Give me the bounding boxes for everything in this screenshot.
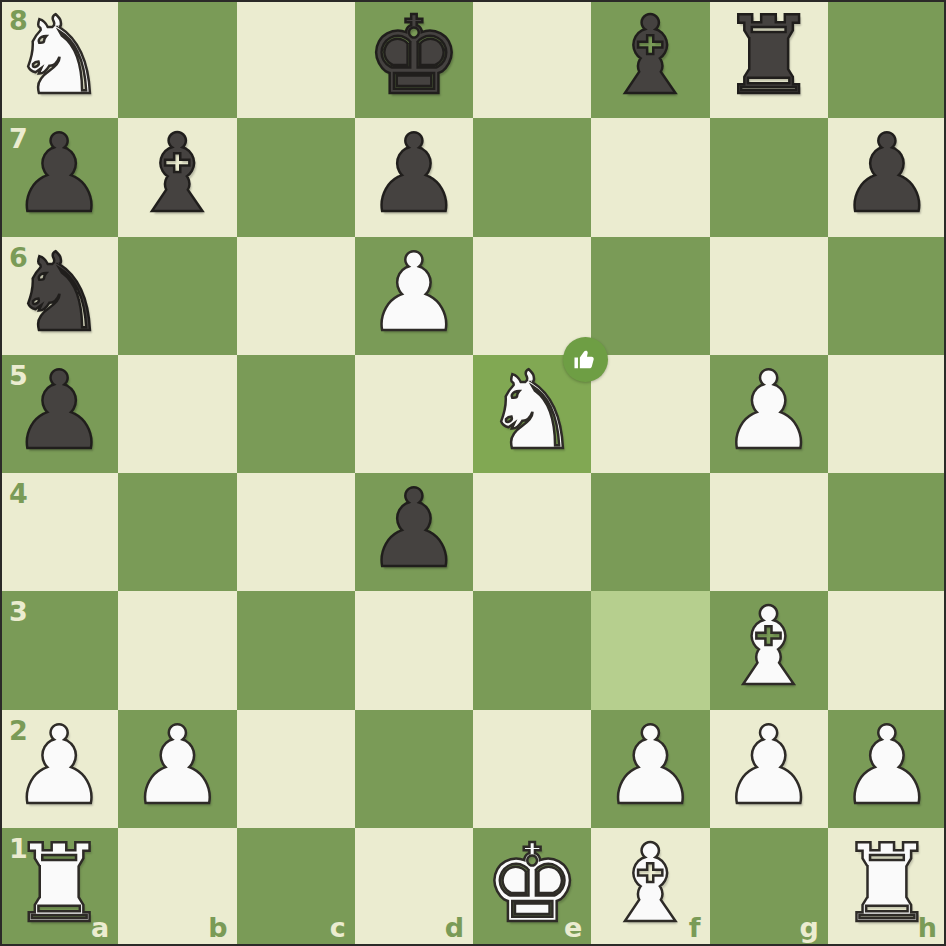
black-pawn[interactable]: ♟: [365, 475, 462, 583]
white-pawn[interactable]: ♟: [11, 712, 108, 820]
file-label-d: d: [445, 912, 464, 943]
file-label-b: b: [208, 912, 227, 943]
square-g7[interactable]: [710, 118, 828, 236]
rank-label-3: 3: [9, 596, 28, 627]
square-e5[interactable]: ♞: [473, 355, 591, 473]
black-pawn[interactable]: ♟: [11, 357, 108, 465]
square-a2[interactable]: 2♟: [0, 710, 118, 828]
square-f1[interactable]: f♝: [591, 828, 709, 946]
square-c2[interactable]: [237, 710, 355, 828]
square-b4[interactable]: [118, 473, 236, 591]
square-g4[interactable]: [710, 473, 828, 591]
square-e7[interactable]: [473, 118, 591, 236]
square-h5[interactable]: [828, 355, 946, 473]
white-bishop[interactable]: ♝: [720, 593, 817, 701]
white-knight[interactable]: ♞: [484, 357, 581, 465]
square-f7[interactable]: [591, 118, 709, 236]
square-g5[interactable]: ♟: [710, 355, 828, 473]
white-rook[interactable]: ♜: [11, 830, 108, 938]
white-pawn[interactable]: ♟: [602, 712, 699, 820]
square-d4[interactable]: ♟: [355, 473, 473, 591]
square-c5[interactable]: [237, 355, 355, 473]
square-a1[interactable]: 1a♜: [0, 828, 118, 946]
white-knight[interactable]: ♞: [11, 2, 108, 110]
square-d7[interactable]: ♟: [355, 118, 473, 236]
square-e8[interactable]: [473, 0, 591, 118]
square-e4[interactable]: [473, 473, 591, 591]
square-h7[interactable]: ♟: [828, 118, 946, 236]
white-pawn[interactable]: ♟: [720, 712, 817, 820]
white-king[interactable]: ♚: [484, 830, 581, 938]
square-d8[interactable]: ♚: [355, 0, 473, 118]
square-e3[interactable]: [473, 591, 591, 709]
square-h2[interactable]: ♟: [828, 710, 946, 828]
square-a3[interactable]: 3: [0, 591, 118, 709]
chess-board: 8♞♚♝♜7♟♝♟♟6♞♟5♟♞♟4♟3♝2♟♟♟♟♟1a♜bcde♚f♝gh♜: [0, 0, 946, 946]
square-c4[interactable]: [237, 473, 355, 591]
square-d3[interactable]: [355, 591, 473, 709]
square-d2[interactable]: [355, 710, 473, 828]
square-g2[interactable]: ♟: [710, 710, 828, 828]
black-knight[interactable]: ♞: [11, 239, 108, 347]
file-label-c: c: [330, 912, 346, 943]
square-f4[interactable]: [591, 473, 709, 591]
square-e6[interactable]: [473, 237, 591, 355]
square-e1[interactable]: e♚: [473, 828, 591, 946]
square-d6[interactable]: ♟: [355, 237, 473, 355]
square-a6[interactable]: 6♞: [0, 237, 118, 355]
black-bishop[interactable]: ♝: [129, 120, 226, 228]
square-c1[interactable]: c: [237, 828, 355, 946]
square-f8[interactable]: ♝: [591, 0, 709, 118]
square-g8[interactable]: ♜: [710, 0, 828, 118]
square-h4[interactable]: [828, 473, 946, 591]
square-h8[interactable]: [828, 0, 946, 118]
black-pawn[interactable]: ♟: [838, 120, 935, 228]
black-bishop[interactable]: ♝: [602, 2, 699, 110]
square-f2[interactable]: ♟: [591, 710, 709, 828]
square-c7[interactable]: [237, 118, 355, 236]
square-f5[interactable]: [591, 355, 709, 473]
square-g3[interactable]: ♝: [710, 591, 828, 709]
square-a8[interactable]: 8♞: [0, 0, 118, 118]
square-d1[interactable]: d: [355, 828, 473, 946]
square-b8[interactable]: [118, 0, 236, 118]
square-b3[interactable]: [118, 591, 236, 709]
file-label-g: g: [799, 912, 818, 943]
square-a4[interactable]: 4: [0, 473, 118, 591]
white-bishop[interactable]: ♝: [602, 830, 699, 938]
square-e2[interactable]: [473, 710, 591, 828]
square-a7[interactable]: 7♟: [0, 118, 118, 236]
white-pawn[interactable]: ♟: [365, 239, 462, 347]
square-b1[interactable]: b: [118, 828, 236, 946]
square-h1[interactable]: h♜: [828, 828, 946, 946]
black-pawn[interactable]: ♟: [365, 120, 462, 228]
white-pawn[interactable]: ♟: [838, 712, 935, 820]
square-c6[interactable]: [237, 237, 355, 355]
square-g6[interactable]: [710, 237, 828, 355]
square-a5[interactable]: 5♟: [0, 355, 118, 473]
square-b6[interactable]: [118, 237, 236, 355]
square-g1[interactable]: g: [710, 828, 828, 946]
square-f3[interactable]: [591, 591, 709, 709]
white-rook[interactable]: ♜: [838, 830, 935, 938]
square-h6[interactable]: [828, 237, 946, 355]
square-b2[interactable]: ♟: [118, 710, 236, 828]
square-h3[interactable]: [828, 591, 946, 709]
black-king[interactable]: ♚: [365, 2, 462, 110]
square-c3[interactable]: [237, 591, 355, 709]
thumbs-up-icon: [572, 346, 599, 373]
square-d5[interactable]: [355, 355, 473, 473]
black-rook[interactable]: ♜: [720, 2, 817, 110]
white-pawn[interactable]: ♟: [720, 357, 817, 465]
square-c8[interactable]: [237, 0, 355, 118]
black-pawn[interactable]: ♟: [11, 120, 108, 228]
square-f6[interactable]: [591, 237, 709, 355]
white-pawn[interactable]: ♟: [129, 712, 226, 820]
good-move-badge: [563, 337, 608, 382]
square-b5[interactable]: [118, 355, 236, 473]
rank-label-4: 4: [9, 478, 28, 509]
square-b7[interactable]: ♝: [118, 118, 236, 236]
